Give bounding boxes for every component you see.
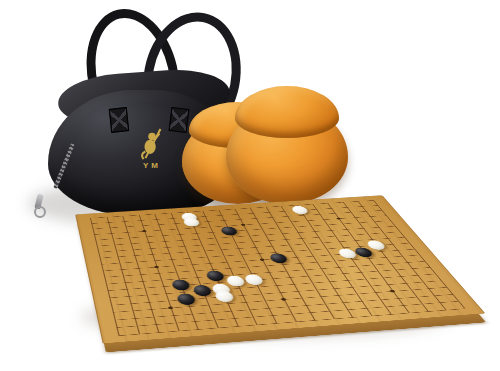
star-point [154, 266, 159, 269]
zipper-ring [34, 206, 46, 218]
grid-line-vertical [343, 202, 429, 311]
star-point [336, 217, 341, 219]
black-stone [219, 226, 238, 236]
star-point [168, 306, 173, 309]
white-stone [225, 275, 246, 287]
star-point [142, 230, 146, 232]
black-stone [176, 293, 197, 305]
go-set-product-photo: YM [0, 0, 500, 371]
grid-line-vertical [265, 207, 334, 319]
star-point [259, 258, 264, 261]
gold-monkey-logo-icon [137, 128, 167, 160]
star-point [280, 298, 286, 301]
go-bowl-right-lid [235, 86, 339, 138]
star-point [390, 290, 396, 293]
black-stone [268, 253, 289, 264]
bag-logo: YM [122, 128, 182, 170]
white-stone [290, 206, 310, 215]
go-board-grid [90, 200, 464, 335]
white-stone [182, 218, 200, 227]
black-stone [205, 270, 226, 281]
white-stone [243, 274, 265, 286]
black-stone [192, 285, 213, 297]
black-stone [171, 279, 192, 291]
go-bowl-right [226, 86, 350, 208]
grid-line-vertical [373, 200, 465, 308]
white-stone [213, 290, 235, 302]
bag-logo-text: YM [122, 161, 182, 170]
star-point [240, 224, 245, 226]
